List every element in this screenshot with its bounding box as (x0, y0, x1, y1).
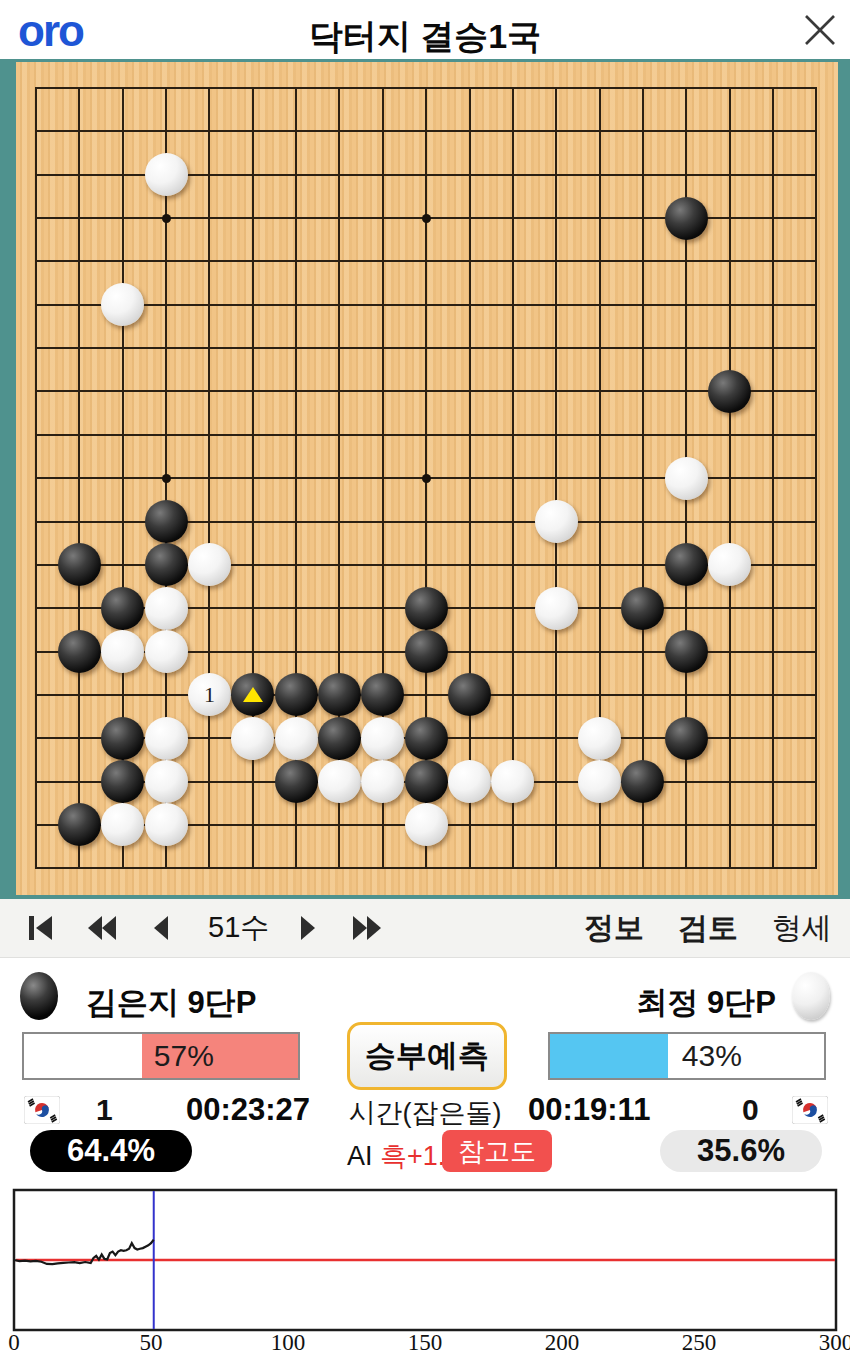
grid-line (642, 87, 644, 869)
white-stone (318, 760, 361, 803)
go-board[interactable]: 1 (0, 59, 850, 899)
black-stone (405, 630, 448, 673)
korea-flag-icon (792, 1096, 828, 1124)
white-stone (231, 717, 274, 760)
predict-winner-button[interactable]: 승부예측 (347, 1022, 507, 1090)
white-stone (145, 760, 188, 803)
black-stone (708, 370, 751, 413)
x-tick-label: 50 (140, 1330, 163, 1354)
white-stone (361, 717, 404, 760)
black-stone (275, 673, 318, 716)
white-stone (145, 587, 188, 630)
white-stone (535, 500, 578, 543)
white-stone (188, 543, 231, 586)
last-move-triangle-marker (243, 687, 263, 702)
black-stone (275, 760, 318, 803)
x-tick-label: 150 (408, 1330, 443, 1354)
x-tick-label: 250 (682, 1330, 717, 1354)
white-win-fill (550, 1034, 668, 1078)
back-10-moves-button[interactable] (84, 912, 120, 944)
move-counter: 51수 (208, 908, 269, 948)
black-ai-winrate-pill: 64.4% (30, 1130, 192, 1172)
white-stone (145, 153, 188, 196)
white-ai-winrate-pill: 35.6% (660, 1130, 822, 1172)
tab-info[interactable]: 정보 (584, 908, 644, 949)
close-icon[interactable] (800, 10, 840, 50)
star-point (422, 474, 431, 483)
time-captures-label: 시간(잡은돌) (0, 1095, 850, 1131)
x-tick-label: 300 (819, 1330, 850, 1354)
grid-line (772, 87, 774, 869)
black-stone (665, 543, 708, 586)
grid-line (469, 87, 471, 869)
go-app: oro 닥터지 결승1국 1 51수 정보 (0, 0, 850, 1354)
star-point (422, 214, 431, 223)
white-stone (405, 803, 448, 846)
white-stone (145, 630, 188, 673)
x-tick-label: 0 (8, 1330, 20, 1354)
black-stone (58, 630, 101, 673)
black-stone (145, 543, 188, 586)
white-stone (535, 587, 578, 630)
white-stone (145, 717, 188, 760)
white-captures-count: 0 (742, 1093, 759, 1127)
white-player-name: 최정 9단P (636, 982, 776, 1024)
white-stone (665, 457, 708, 500)
black-stone (621, 587, 664, 630)
x-tick-label: 100 (271, 1330, 306, 1354)
black-stone (318, 717, 361, 760)
grid-line (35, 694, 817, 696)
black-stone (405, 587, 448, 630)
black-win-percent: 57% (154, 1039, 214, 1073)
black-stone (101, 760, 144, 803)
page-title: 닥터지 결승1국 (0, 14, 850, 60)
reference-diagram-button[interactable]: 참고도 (442, 1130, 552, 1172)
grid-line (512, 87, 514, 869)
tab-review[interactable]: 검토 (678, 908, 738, 949)
black-stone (405, 760, 448, 803)
move-navigation-bar: 51수 정보 검토 형세 (0, 899, 850, 958)
black-stone (101, 717, 144, 760)
star-point (162, 214, 171, 223)
graph-x-axis-labels: 050100150200250300 (8, 1330, 850, 1354)
black-stone (665, 630, 708, 673)
black-stone (58, 803, 101, 846)
grid-line (35, 867, 817, 869)
x-tick-label: 200 (545, 1330, 580, 1354)
tab-territory[interactable]: 형세 (772, 908, 832, 949)
grid-line (815, 87, 817, 869)
star-point (162, 474, 171, 483)
winrate-graph[interactable]: 050100150200250300 (0, 1180, 850, 1354)
grid-line (555, 87, 557, 869)
black-stone (665, 717, 708, 760)
white-stone (578, 760, 621, 803)
black-stone (405, 717, 448, 760)
white-stone (448, 760, 491, 803)
grid-line (729, 87, 731, 869)
white-stone: 1 (188, 673, 231, 716)
white-stone (145, 803, 188, 846)
white-stone (578, 717, 621, 760)
ai-label: AI (347, 1141, 373, 1171)
white-win-percent: 43% (682, 1039, 742, 1073)
forward-10-moves-button[interactable] (349, 912, 385, 944)
white-stone (275, 717, 318, 760)
black-stone (145, 500, 188, 543)
white-player-avatar (792, 972, 830, 1020)
white-stone (101, 630, 144, 673)
black-stone (665, 197, 708, 240)
black-stone (101, 587, 144, 630)
reference-move-label: 1 (204, 684, 215, 706)
black-player-name: 김은지 9단P (86, 982, 257, 1024)
white-clock: 00:19:11 (528, 1092, 650, 1128)
back-1-move-button[interactable] (144, 912, 180, 944)
header: oro 닥터지 결승1국 (0, 0, 850, 59)
go-to-start-button[interactable] (24, 912, 60, 944)
white-win-bar: 43% (548, 1032, 826, 1080)
black-stone (58, 543, 101, 586)
forward-1-move-button[interactable] (289, 912, 325, 944)
black-player-avatar (20, 972, 58, 1020)
black-win-bar: 57% (22, 1032, 300, 1080)
